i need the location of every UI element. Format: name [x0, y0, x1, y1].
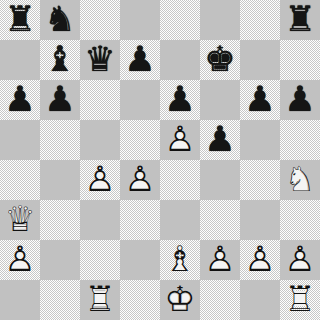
white-piece-outline: ♖ — [80, 280, 120, 320]
square-g5[interactable] — [240, 120, 280, 160]
black-pawn: ♟ — [280, 80, 320, 120]
square-a5[interactable] — [0, 120, 40, 160]
square-f4[interactable] — [200, 160, 240, 200]
square-c1[interactable]: ♜♖ — [80, 280, 120, 320]
white-piece-outline: ♙ — [160, 120, 200, 160]
black-piece-glyph: ♜ — [280, 0, 320, 40]
black-piece-glyph: ♞ — [40, 0, 80, 40]
white-piece-outline: ♘ — [280, 160, 320, 200]
square-d6[interactable] — [120, 80, 160, 120]
black-piece-glyph: ♟ — [280, 80, 320, 120]
white-pawn: ♟♙ — [200, 240, 240, 280]
square-h7[interactable] — [280, 40, 320, 80]
white-piece-outline: ♙ — [200, 240, 240, 280]
white-piece-outline: ♙ — [280, 240, 320, 280]
black-piece-glyph: ♟ — [40, 80, 80, 120]
square-b5[interactable] — [40, 120, 80, 160]
square-h8[interactable]: ♜ — [280, 0, 320, 40]
black-pawn: ♟ — [240, 80, 280, 120]
square-b4[interactable] — [40, 160, 80, 200]
white-pawn: ♟♙ — [240, 240, 280, 280]
black-queen: ♛ — [80, 40, 120, 80]
square-d1[interactable] — [120, 280, 160, 320]
square-d4[interactable]: ♟♙ — [120, 160, 160, 200]
square-a3[interactable]: ♛♕ — [0, 200, 40, 240]
white-piece-outline: ♖ — [280, 280, 320, 320]
square-h1[interactable]: ♜♖ — [280, 280, 320, 320]
square-d2[interactable] — [120, 240, 160, 280]
black-pawn: ♟ — [120, 40, 160, 80]
square-b1[interactable] — [40, 280, 80, 320]
square-h3[interactable] — [280, 200, 320, 240]
square-a1[interactable] — [0, 280, 40, 320]
square-c3[interactable] — [80, 200, 120, 240]
square-e4[interactable] — [160, 160, 200, 200]
square-b3[interactable] — [40, 200, 80, 240]
black-piece-glyph: ♝ — [40, 40, 80, 80]
square-c8[interactable] — [80, 0, 120, 40]
square-a2[interactable]: ♟♙ — [0, 240, 40, 280]
black-king: ♚ — [200, 40, 240, 80]
square-g3[interactable] — [240, 200, 280, 240]
black-pawn: ♟ — [160, 80, 200, 120]
square-h2[interactable]: ♟♙ — [280, 240, 320, 280]
square-f8[interactable] — [200, 0, 240, 40]
white-pawn: ♟♙ — [280, 240, 320, 280]
square-a7[interactable] — [0, 40, 40, 80]
white-piece-outline: ♙ — [0, 240, 40, 280]
white-piece-outline: ♙ — [120, 160, 160, 200]
square-f6[interactable] — [200, 80, 240, 120]
square-g8[interactable] — [240, 0, 280, 40]
square-e6[interactable]: ♟ — [160, 80, 200, 120]
square-d3[interactable] — [120, 200, 160, 240]
black-piece-glyph: ♟ — [0, 80, 40, 120]
white-rook: ♜♖ — [80, 280, 120, 320]
square-c4[interactable]: ♟♙ — [80, 160, 120, 200]
white-knight: ♞♘ — [280, 160, 320, 200]
white-piece-outline: ♕ — [0, 200, 40, 240]
square-b2[interactable] — [40, 240, 80, 280]
white-pawn: ♟♙ — [160, 120, 200, 160]
black-pawn: ♟ — [0, 80, 40, 120]
black-rook: ♜ — [280, 0, 320, 40]
white-piece-outline: ♗ — [160, 240, 200, 280]
white-bishop: ♝♗ — [160, 240, 200, 280]
square-f7[interactable]: ♚ — [200, 40, 240, 80]
black-piece-glyph: ♟ — [200, 120, 240, 160]
square-f1[interactable] — [200, 280, 240, 320]
square-e3[interactable] — [160, 200, 200, 240]
square-f5[interactable]: ♟ — [200, 120, 240, 160]
square-f3[interactable] — [200, 200, 240, 240]
black-pawn: ♟ — [40, 80, 80, 120]
square-h6[interactable]: ♟ — [280, 80, 320, 120]
black-knight: ♞ — [40, 0, 80, 40]
square-e7[interactable] — [160, 40, 200, 80]
square-f2[interactable]: ♟♙ — [200, 240, 240, 280]
square-c6[interactable] — [80, 80, 120, 120]
black-pawn: ♟ — [200, 120, 240, 160]
white-pawn: ♟♙ — [120, 160, 160, 200]
square-b8[interactable]: ♞ — [40, 0, 80, 40]
square-g6[interactable]: ♟ — [240, 80, 280, 120]
black-piece-glyph: ♚ — [200, 40, 240, 80]
square-e8[interactable] — [160, 0, 200, 40]
white-king: ♚♔ — [160, 280, 200, 320]
square-c7[interactable]: ♛ — [80, 40, 120, 80]
square-g2[interactable]: ♟♙ — [240, 240, 280, 280]
square-e1[interactable]: ♚♔ — [160, 280, 200, 320]
square-a6[interactable]: ♟ — [0, 80, 40, 120]
square-b7[interactable]: ♝ — [40, 40, 80, 80]
white-piece-outline: ♙ — [240, 240, 280, 280]
black-piece-glyph: ♟ — [120, 40, 160, 80]
square-d7[interactable]: ♟ — [120, 40, 160, 80]
black-piece-glyph: ♜ — [0, 0, 40, 40]
square-c5[interactable] — [80, 120, 120, 160]
square-c2[interactable] — [80, 240, 120, 280]
square-a8[interactable]: ♜ — [0, 0, 40, 40]
square-g7[interactable] — [240, 40, 280, 80]
white-pawn: ♟♙ — [80, 160, 120, 200]
square-d8[interactable] — [120, 0, 160, 40]
square-e2[interactable]: ♝♗ — [160, 240, 200, 280]
chess-board: ♜♞♜♝♛♟♚♟♟♟♟♟♟♙♟♟♙♟♙♞♘♛♕♟♙♝♗♟♙♟♙♟♙♜♖♚♔♜♖ — [0, 0, 320, 320]
square-e5[interactable]: ♟♙ — [160, 120, 200, 160]
square-b6[interactable]: ♟ — [40, 80, 80, 120]
square-h5[interactable] — [280, 120, 320, 160]
black-piece-glyph: ♟ — [240, 80, 280, 120]
square-g1[interactable] — [240, 280, 280, 320]
square-a4[interactable] — [0, 160, 40, 200]
white-pawn: ♟♙ — [0, 240, 40, 280]
black-piece-glyph: ♟ — [160, 80, 200, 120]
square-d5[interactable] — [120, 120, 160, 160]
square-g4[interactable] — [240, 160, 280, 200]
black-piece-glyph: ♛ — [80, 40, 120, 80]
white-rook: ♜♖ — [280, 280, 320, 320]
black-bishop: ♝ — [40, 40, 80, 80]
white-queen: ♛♕ — [0, 200, 40, 240]
square-h4[interactable]: ♞♘ — [280, 160, 320, 200]
white-piece-outline: ♙ — [80, 160, 120, 200]
black-rook: ♜ — [0, 0, 40, 40]
white-piece-outline: ♔ — [160, 280, 200, 320]
